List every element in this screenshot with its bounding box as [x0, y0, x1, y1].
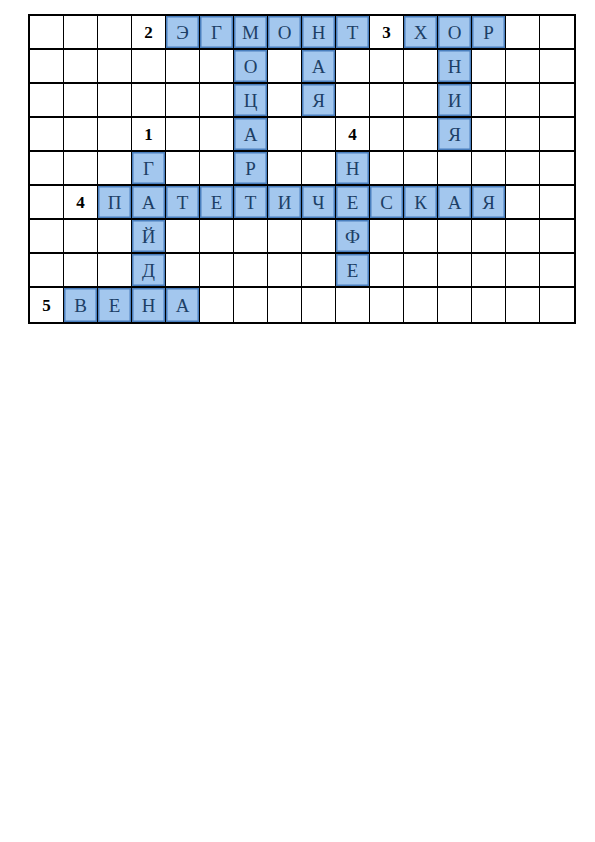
- cell-r7c3: [98, 220, 132, 254]
- cell-r6c2: 4: [64, 186, 98, 220]
- cell-r6c13: А: [438, 186, 472, 220]
- cell-r9c6: [200, 288, 234, 322]
- cell-r4c5: [166, 118, 200, 152]
- cell-r5c13: [438, 152, 472, 186]
- cell-r8c5: [166, 254, 200, 288]
- cell-r4c11: [370, 118, 404, 152]
- cell-r5c1: [30, 152, 64, 186]
- cell-r8c10: Е: [336, 254, 370, 288]
- cell-r5c4: Г: [132, 152, 166, 186]
- cell-r1c4: 2: [132, 16, 166, 50]
- cell-r1c11: 3: [370, 16, 404, 50]
- cell-r6c3: П: [98, 186, 132, 220]
- cell-r5c5: [166, 152, 200, 186]
- cell-r6c1: [30, 186, 64, 220]
- cell-r3c7: Ц: [234, 84, 268, 118]
- cell-r6c14: Я: [472, 186, 506, 220]
- cell-r1c7: М: [234, 16, 268, 50]
- cell-r2c6: [200, 50, 234, 84]
- cell-r6c11: С: [370, 186, 404, 220]
- cell-r3c9: Я: [302, 84, 336, 118]
- cell-r5c7: Р: [234, 152, 268, 186]
- cell-r2c12: [404, 50, 438, 84]
- cell-r3c15: [506, 84, 540, 118]
- cell-r3c1: [30, 84, 64, 118]
- cell-r9c16: [540, 288, 574, 322]
- cell-r3c12: [404, 84, 438, 118]
- cell-r6c12: К: [404, 186, 438, 220]
- cell-r1c13: О: [438, 16, 472, 50]
- cell-r5c3: [98, 152, 132, 186]
- cell-r1c3: [98, 16, 132, 50]
- cell-r4c10: 4: [336, 118, 370, 152]
- cell-r2c5: [166, 50, 200, 84]
- cell-r8c9: [302, 254, 336, 288]
- cell-r2c8: [268, 50, 302, 84]
- cell-r1c6: Г: [200, 16, 234, 50]
- cell-r8c11: [370, 254, 404, 288]
- cell-r3c3: [98, 84, 132, 118]
- cell-r2c10: [336, 50, 370, 84]
- cell-r1c14: Р: [472, 16, 506, 50]
- cell-r2c3: [98, 50, 132, 84]
- cell-r6c9: Ч: [302, 186, 336, 220]
- cell-r7c4: Й: [132, 220, 166, 254]
- cell-r4c15: [506, 118, 540, 152]
- cell-r3c6: [200, 84, 234, 118]
- cell-r5c15: [506, 152, 540, 186]
- cell-r9c9: [302, 288, 336, 322]
- cell-r4c8: [268, 118, 302, 152]
- cell-r8c4: Д: [132, 254, 166, 288]
- cell-r6c10: Е: [336, 186, 370, 220]
- cell-r4c2: [64, 118, 98, 152]
- cell-r2c2: [64, 50, 98, 84]
- cell-r2c9: А: [302, 50, 336, 84]
- cell-r2c11: [370, 50, 404, 84]
- cell-r9c12: [404, 288, 438, 322]
- document-page: 2ЭГМОНТ3ХОРОАНЦЯИ1А4ЯГРН4ПАТЕТИЧЕСКАЯЙФД…: [0, 0, 595, 842]
- cell-r2c15: [506, 50, 540, 84]
- cell-r3c8: [268, 84, 302, 118]
- cell-r9c15: [506, 288, 540, 322]
- cell-r6c7: Т: [234, 186, 268, 220]
- cell-r3c11: [370, 84, 404, 118]
- cell-r6c4: А: [132, 186, 166, 220]
- cell-r4c6: [200, 118, 234, 152]
- cell-r3c13: И: [438, 84, 472, 118]
- cell-r8c13: [438, 254, 472, 288]
- cell-r5c9: [302, 152, 336, 186]
- cell-r1c16: [540, 16, 574, 50]
- cell-r4c14: [472, 118, 506, 152]
- cell-r4c16: [540, 118, 574, 152]
- cell-r7c1: [30, 220, 64, 254]
- cell-r8c8: [268, 254, 302, 288]
- cell-r3c5: [166, 84, 200, 118]
- cell-r9c11: [370, 288, 404, 322]
- cell-r8c12: [404, 254, 438, 288]
- cell-r9c10: [336, 288, 370, 322]
- cell-r4c12: [404, 118, 438, 152]
- cell-r1c9: Н: [302, 16, 336, 50]
- cell-r5c11: [370, 152, 404, 186]
- cell-r2c1: [30, 50, 64, 84]
- cell-r7c12: [404, 220, 438, 254]
- cell-r8c16: [540, 254, 574, 288]
- cell-r2c7: О: [234, 50, 268, 84]
- cell-r4c13: Я: [438, 118, 472, 152]
- cell-r2c16: [540, 50, 574, 84]
- cell-r1c1: [30, 16, 64, 50]
- cell-r9c13: [438, 288, 472, 322]
- cell-r9c2: В: [64, 288, 98, 322]
- cell-r3c14: [472, 84, 506, 118]
- cell-r6c15: [506, 186, 540, 220]
- cell-r3c16: [540, 84, 574, 118]
- cell-r6c8: И: [268, 186, 302, 220]
- cell-r1c2: [64, 16, 98, 50]
- cell-r9c1: 5: [30, 288, 64, 322]
- cell-r9c5: А: [166, 288, 200, 322]
- cell-r4c3: [98, 118, 132, 152]
- cell-r5c8: [268, 152, 302, 186]
- cell-r8c6: [200, 254, 234, 288]
- cell-r1c8: О: [268, 16, 302, 50]
- cell-r8c14: [472, 254, 506, 288]
- cell-r3c2: [64, 84, 98, 118]
- cell-r4c7: А: [234, 118, 268, 152]
- cell-r6c6: Е: [200, 186, 234, 220]
- cell-r7c2: [64, 220, 98, 254]
- cell-r7c10: Ф: [336, 220, 370, 254]
- cell-r4c9: [302, 118, 336, 152]
- crossword-grid: 2ЭГМОНТ3ХОРОАНЦЯИ1А4ЯГРН4ПАТЕТИЧЕСКАЯЙФД…: [28, 14, 576, 324]
- cell-r8c7: [234, 254, 268, 288]
- cell-r5c10: Н: [336, 152, 370, 186]
- cell-r7c13: [438, 220, 472, 254]
- cell-r7c14: [472, 220, 506, 254]
- cell-r7c5: [166, 220, 200, 254]
- cell-r5c6: [200, 152, 234, 186]
- cell-r9c4: Н: [132, 288, 166, 322]
- cell-r2c4: [132, 50, 166, 84]
- cell-r8c1: [30, 254, 64, 288]
- cell-r8c15: [506, 254, 540, 288]
- cell-r5c16: [540, 152, 574, 186]
- cell-r4c4: 1: [132, 118, 166, 152]
- cell-r9c3: Е: [98, 288, 132, 322]
- cell-r8c2: [64, 254, 98, 288]
- cell-r3c10: [336, 84, 370, 118]
- cell-r5c12: [404, 152, 438, 186]
- cell-r9c8: [268, 288, 302, 322]
- cell-r6c5: Т: [166, 186, 200, 220]
- cell-r2c13: Н: [438, 50, 472, 84]
- cell-r7c7: [234, 220, 268, 254]
- cell-r7c8: [268, 220, 302, 254]
- cell-r1c5: Э: [166, 16, 200, 50]
- cell-r7c11: [370, 220, 404, 254]
- cell-r4c1: [30, 118, 64, 152]
- cell-r7c16: [540, 220, 574, 254]
- cell-r8c3: [98, 254, 132, 288]
- cell-r2c14: [472, 50, 506, 84]
- cell-r7c6: [200, 220, 234, 254]
- cell-r6c16: [540, 186, 574, 220]
- cell-r5c2: [64, 152, 98, 186]
- cell-r3c4: [132, 84, 166, 118]
- cell-r1c10: Т: [336, 16, 370, 50]
- cell-r5c14: [472, 152, 506, 186]
- cell-r1c15: [506, 16, 540, 50]
- cell-r1c12: Х: [404, 16, 438, 50]
- cell-r9c14: [472, 288, 506, 322]
- cell-r9c7: [234, 288, 268, 322]
- cell-r7c15: [506, 220, 540, 254]
- cell-r7c9: [302, 220, 336, 254]
